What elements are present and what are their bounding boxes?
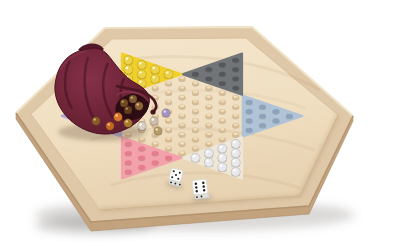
marble-body xyxy=(124,106,132,114)
hole[interactable] xyxy=(125,170,132,175)
loose-marble[interactable] xyxy=(138,122,147,131)
hole[interactable] xyxy=(286,114,293,119)
marble-body xyxy=(231,167,240,176)
hole-highlight xyxy=(139,137,144,139)
white-marble[interactable] xyxy=(218,163,227,172)
marble-highlight xyxy=(233,169,236,172)
photo-of-chinese-checkers-board xyxy=(0,0,400,245)
marble-highlight xyxy=(139,81,142,84)
hole[interactable] xyxy=(192,72,199,77)
marble-highlight xyxy=(107,123,110,126)
hole[interactable] xyxy=(138,165,145,170)
hole-highlight xyxy=(193,147,198,149)
yellow-marble[interactable] xyxy=(124,56,133,65)
marble-highlight xyxy=(193,155,196,158)
hole-highlight xyxy=(166,119,171,121)
hole[interactable] xyxy=(259,123,266,128)
marble-highlight xyxy=(126,107,128,109)
hole[interactable] xyxy=(205,67,212,72)
marble-body xyxy=(150,117,158,125)
hole[interactable] xyxy=(259,114,266,119)
marble-body xyxy=(231,139,240,148)
marble-body xyxy=(151,65,160,74)
hole-highlight xyxy=(220,100,225,102)
die-top-face xyxy=(192,179,208,195)
marble-body xyxy=(137,60,146,69)
marble-highlight xyxy=(163,110,166,113)
hole-highlight xyxy=(193,82,198,84)
hole[interactable] xyxy=(232,67,239,72)
hole-highlight xyxy=(180,114,185,116)
marble-body xyxy=(164,70,173,79)
marble-body xyxy=(106,122,114,130)
hole[interactable] xyxy=(125,151,132,156)
marble-highlight xyxy=(139,123,142,126)
marble-highlight xyxy=(93,118,96,121)
marble-highlight xyxy=(166,71,169,74)
hole-highlight xyxy=(153,96,158,98)
hole-highlight xyxy=(220,109,225,111)
hole-highlight xyxy=(193,128,198,130)
hole-highlight xyxy=(207,114,212,116)
hole-highlight xyxy=(180,77,185,79)
marble-highlight xyxy=(139,62,142,65)
marble-highlight xyxy=(126,57,129,60)
hole[interactable] xyxy=(219,72,226,77)
marble-highlight xyxy=(206,150,209,153)
loose-marble[interactable] xyxy=(114,113,123,122)
hole-highlight xyxy=(220,91,225,93)
loose-marble[interactable] xyxy=(150,117,158,126)
hole-highlight xyxy=(153,86,158,88)
marble-highlight xyxy=(139,71,142,74)
hole[interactable] xyxy=(232,58,239,63)
marble-body xyxy=(204,158,213,167)
marble-highlight xyxy=(233,150,236,153)
marble-highlight xyxy=(233,141,236,144)
yellow-marble[interactable] xyxy=(137,70,146,79)
hole[interactable] xyxy=(219,63,226,68)
marble-highlight xyxy=(122,100,124,102)
hole-highlight xyxy=(166,100,171,102)
white-marble[interactable] xyxy=(231,167,240,176)
marble-body xyxy=(151,74,160,83)
loose-marble[interactable] xyxy=(106,122,114,131)
hole[interactable] xyxy=(138,146,145,151)
marble-body xyxy=(92,117,101,126)
hole[interactable] xyxy=(246,118,253,123)
loose-marble[interactable] xyxy=(154,127,162,135)
loose-marble[interactable] xyxy=(124,119,133,128)
hole[interactable] xyxy=(125,160,132,165)
marble-highlight xyxy=(125,120,128,123)
hole[interactable] xyxy=(259,104,266,109)
hole-highlight xyxy=(166,147,171,149)
marble-body xyxy=(218,163,227,172)
marble-body xyxy=(231,158,240,167)
marble-body xyxy=(124,65,133,74)
hole-highlight xyxy=(207,123,212,125)
marble-highlight xyxy=(131,96,133,98)
yellow-marble[interactable] xyxy=(151,65,160,74)
hole[interactable] xyxy=(219,81,226,86)
white-marble[interactable] xyxy=(191,153,200,162)
bag-cord-knot xyxy=(150,109,155,114)
hole[interactable] xyxy=(205,77,212,82)
marble-body xyxy=(124,56,133,65)
hole-highlight xyxy=(193,91,198,93)
marble-body xyxy=(231,149,240,158)
hole-highlight xyxy=(180,133,185,135)
loose-marble[interactable] xyxy=(162,109,170,118)
hole-highlight xyxy=(207,133,212,135)
hole-highlight xyxy=(220,137,225,139)
hole-highlight xyxy=(180,96,185,98)
yellow-marble[interactable] xyxy=(124,65,133,74)
hole-highlight xyxy=(193,137,198,139)
marble-body xyxy=(218,144,227,153)
hole-highlight xyxy=(180,151,185,153)
hole-highlight xyxy=(233,133,238,135)
yellow-marble[interactable] xyxy=(151,74,160,83)
hole-highlight xyxy=(233,114,238,116)
marble-body xyxy=(129,95,137,103)
marble-body xyxy=(137,70,146,79)
hole-highlight xyxy=(233,96,238,98)
marble-body xyxy=(218,153,227,162)
hole-highlight xyxy=(180,123,185,125)
marble-body xyxy=(138,122,147,131)
hole-highlight xyxy=(166,82,171,84)
hole-highlight xyxy=(180,86,185,88)
marble-body xyxy=(135,102,143,110)
marble-body xyxy=(162,109,170,117)
yellow-marble[interactable] xyxy=(137,60,146,69)
hole-highlight xyxy=(180,105,185,107)
hole[interactable] xyxy=(246,100,253,105)
marble-highlight xyxy=(126,67,129,70)
white-marble[interactable] xyxy=(231,139,240,148)
white-marble[interactable] xyxy=(218,144,227,153)
hole[interactable] xyxy=(152,151,159,156)
hole[interactable] xyxy=(125,142,132,147)
white-marble[interactable] xyxy=(218,153,227,162)
loose-marble[interactable] xyxy=(129,95,137,103)
hole-highlight xyxy=(233,123,238,125)
marble-body xyxy=(154,127,162,135)
yellow-marble[interactable] xyxy=(164,70,173,79)
marble-body xyxy=(114,113,123,122)
marble-highlight xyxy=(233,160,236,163)
hole-highlight xyxy=(180,142,185,144)
marble-body xyxy=(124,119,133,128)
loose-marble[interactable] xyxy=(92,117,101,126)
hole[interactable] xyxy=(152,160,159,165)
hole-highlight xyxy=(166,91,171,93)
hole[interactable] xyxy=(246,128,253,133)
marble-highlight xyxy=(156,128,158,130)
hole-highlight xyxy=(207,96,212,98)
marble-highlight xyxy=(220,155,223,158)
hole-highlight xyxy=(153,142,158,144)
marble-body xyxy=(204,149,213,158)
hole-highlight xyxy=(233,105,238,107)
hole-highlight xyxy=(207,105,212,107)
hole-highlight xyxy=(193,109,198,111)
marble-highlight xyxy=(206,160,209,163)
loose-marble[interactable] xyxy=(124,106,132,114)
white-marble[interactable] xyxy=(204,149,213,158)
marble-body xyxy=(191,153,200,162)
hole-highlight xyxy=(207,142,212,144)
hole[interactable] xyxy=(246,109,253,114)
marble-highlight xyxy=(151,118,154,121)
hole-highlight xyxy=(207,86,212,88)
hole[interactable] xyxy=(273,109,280,114)
hole-highlight xyxy=(166,128,171,130)
hole-highlight xyxy=(220,128,225,130)
white-marble[interactable] xyxy=(204,158,213,167)
hole-highlight xyxy=(166,137,171,139)
hole-highlight xyxy=(193,100,198,102)
marble-highlight xyxy=(220,146,223,149)
white-marble[interactable] xyxy=(231,158,240,167)
white-marble[interactable] xyxy=(231,149,240,158)
hole[interactable] xyxy=(232,77,239,82)
loose-marble[interactable] xyxy=(135,102,143,111)
marble-highlight xyxy=(152,67,155,70)
marble-highlight xyxy=(136,103,139,106)
hole-highlight xyxy=(193,119,198,121)
marble-body xyxy=(120,99,128,107)
marble-highlight xyxy=(220,164,223,167)
hole[interactable] xyxy=(165,156,172,161)
marble-highlight xyxy=(152,76,155,79)
hole[interactable] xyxy=(273,118,280,123)
hole[interactable] xyxy=(232,86,239,91)
board-scene xyxy=(0,0,400,245)
hole-highlight xyxy=(220,119,225,121)
marble-highlight xyxy=(115,114,118,117)
hole[interactable] xyxy=(138,156,145,161)
